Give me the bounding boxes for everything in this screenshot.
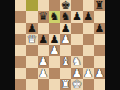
white-queen-icon[interactable]: ♛	[27, 34, 37, 45]
black-rook-icon[interactable]: ♜	[94, 0, 104, 11]
white-knight-icon[interactable]: ♞	[72, 56, 82, 67]
letterbox-right	[105, 0, 120, 90]
square-b4[interactable]	[26, 45, 37, 56]
square-a8[interactable]	[15, 0, 26, 11]
square-f2[interactable]: ♟	[71, 68, 82, 79]
white-pawn-icon[interactable]: ♟	[49, 45, 59, 56]
white-pawn-icon[interactable]: ♟	[38, 56, 48, 67]
square-c2[interactable]: ♟	[38, 68, 49, 79]
square-c6[interactable]	[38, 23, 49, 34]
square-h2[interactable]: ♟	[94, 68, 105, 79]
square-d2[interactable]	[49, 68, 60, 79]
square-a1[interactable]	[15, 79, 26, 90]
square-h4[interactable]	[94, 45, 105, 56]
square-g6[interactable]	[83, 23, 94, 34]
letterbox-left	[0, 0, 15, 90]
square-d7[interactable]: ♞	[49, 11, 60, 22]
square-a2[interactable]	[15, 68, 26, 79]
square-b6[interactable]: ♟	[26, 23, 37, 34]
white-king-icon[interactable]: ♚	[72, 79, 82, 90]
square-e7[interactable]: ♞	[60, 11, 71, 22]
square-f5[interactable]	[71, 34, 82, 45]
black-pawn-icon[interactable]: ♟	[38, 34, 48, 45]
square-c8[interactable]	[38, 0, 49, 11]
square-h5[interactable]	[94, 34, 105, 45]
white-pawn-icon[interactable]: ♟	[61, 34, 71, 45]
black-knight-icon[interactable]: ♞	[61, 11, 71, 22]
square-a5[interactable]	[15, 34, 26, 45]
square-c5[interactable]: ♟	[38, 34, 49, 45]
square-f1[interactable]: ♚	[71, 79, 82, 90]
square-f4[interactable]	[71, 45, 82, 56]
square-h7[interactable]	[94, 11, 105, 22]
square-h6[interactable]: ♟	[94, 23, 105, 34]
white-rook-icon[interactable]: ♜	[61, 79, 71, 90]
square-e8[interactable]: ♚	[60, 0, 71, 11]
square-b1[interactable]	[26, 79, 37, 90]
black-pawn-icon[interactable]: ♟	[72, 11, 82, 22]
square-b5[interactable]: ♛	[26, 34, 37, 45]
white-pawn-icon[interactable]: ♟	[94, 68, 104, 79]
square-d8[interactable]	[49, 0, 60, 11]
square-g1[interactable]	[83, 79, 94, 90]
square-h8[interactable]: ♜	[94, 0, 105, 11]
square-a3[interactable]	[15, 56, 26, 67]
square-e6[interactable]: ♟	[60, 23, 71, 34]
square-f8[interactable]	[71, 0, 82, 11]
black-pawn-icon[interactable]: ♟	[83, 11, 93, 22]
square-c1[interactable]	[38, 79, 49, 90]
square-e1[interactable]: ♜	[60, 79, 71, 90]
black-queen-icon[interactable]: ♛	[38, 11, 48, 22]
square-b7[interactable]	[26, 11, 37, 22]
white-pawn-icon[interactable]: ♟	[83, 68, 93, 79]
white-bishop-icon[interactable]: ♝	[61, 56, 71, 67]
square-e3[interactable]: ♝	[60, 56, 71, 67]
square-d6[interactable]	[49, 23, 60, 34]
square-g5[interactable]	[83, 34, 94, 45]
white-pawn-icon[interactable]: ♟	[38, 68, 48, 79]
square-b3[interactable]	[26, 56, 37, 67]
square-g4[interactable]	[83, 45, 94, 56]
square-h1[interactable]	[94, 79, 105, 90]
square-h3[interactable]	[94, 56, 105, 67]
square-a7[interactable]	[15, 11, 26, 22]
square-g2[interactable]: ♟	[83, 68, 94, 79]
black-king-icon[interactable]: ♚	[61, 0, 71, 11]
square-e4[interactable]	[60, 45, 71, 56]
black-pawn-icon[interactable]: ♟	[27, 23, 37, 34]
chess-board[interactable]: ♚♜♛♞♞♟♟♟♟♟♛♟♟♟♟♟♝♞♟♟♟♟♜♚	[15, 0, 105, 90]
black-knight-icon[interactable]: ♞	[49, 11, 59, 22]
square-g3[interactable]	[83, 56, 94, 67]
white-pawn-icon[interactable]: ♟	[72, 68, 82, 79]
square-e5[interactable]: ♟	[60, 34, 71, 45]
black-pawn-icon[interactable]: ♟	[94, 23, 104, 34]
black-pawn-icon[interactable]: ♟	[49, 34, 59, 45]
square-d3[interactable]	[49, 56, 60, 67]
square-f3[interactable]: ♞	[71, 56, 82, 67]
square-d1[interactable]	[49, 79, 60, 90]
square-f6[interactable]	[71, 23, 82, 34]
square-a4[interactable]	[15, 45, 26, 56]
square-e2[interactable]	[60, 68, 71, 79]
black-pawn-icon[interactable]: ♟	[61, 23, 71, 34]
square-g7[interactable]: ♟	[83, 11, 94, 22]
square-d5[interactable]: ♟	[49, 34, 60, 45]
square-c4[interactable]	[38, 45, 49, 56]
square-c3[interactable]: ♟	[38, 56, 49, 67]
square-g8[interactable]	[83, 0, 94, 11]
square-f7[interactable]: ♟	[71, 11, 82, 22]
square-b2[interactable]	[26, 68, 37, 79]
square-d4[interactable]: ♟	[49, 45, 60, 56]
square-c7[interactable]: ♛	[38, 11, 49, 22]
chess-app-stage: ♚♜♛♞♞♟♟♟♟♟♛♟♟♟♟♟♝♞♟♟♟♟♜♚	[0, 0, 120, 90]
square-b8[interactable]	[26, 0, 37, 11]
square-a6[interactable]	[15, 23, 26, 34]
